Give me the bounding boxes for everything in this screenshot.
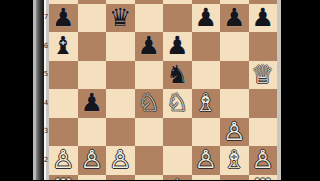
- square-f3[interactable]: [192, 118, 221, 147]
- square-g6[interactable]: [220, 32, 249, 61]
- square-g4[interactable]: [220, 89, 249, 118]
- square-h6[interactable]: [249, 32, 278, 61]
- square-h3[interactable]: [249, 118, 278, 147]
- square-a5[interactable]: [49, 61, 78, 90]
- piece-black-pawn-g7[interactable]: ♟: [220, 4, 249, 33]
- square-d4[interactable]: ♘: [135, 89, 164, 118]
- chess-board[interactable]: ♜♚♝♞♜♟♛♟♟♟♝♟♟♞♕♟♘♘♗♙♙♙♙♙♗♙♖♔♖: [49, 0, 277, 180]
- square-e4[interactable]: ♘: [163, 89, 192, 118]
- square-e5[interactable]: ♞: [163, 61, 192, 90]
- letterbox-left: [0, 0, 33, 180]
- square-h1[interactable]: ♖: [249, 175, 278, 181]
- square-a2[interactable]: ♙: [49, 146, 78, 175]
- square-h4[interactable]: [249, 89, 278, 118]
- square-a4[interactable]: [49, 89, 78, 118]
- square-b7[interactable]: [78, 4, 107, 33]
- square-b6[interactable]: [78, 32, 107, 61]
- square-g1[interactable]: [220, 175, 249, 181]
- piece-black-knight-e5[interactable]: ♞: [163, 61, 192, 90]
- square-c6[interactable]: [106, 32, 135, 61]
- piece-white-king-e1[interactable]: ♔: [163, 175, 192, 181]
- square-d3[interactable]: [135, 118, 164, 147]
- square-a1[interactable]: ♖: [49, 175, 78, 181]
- piece-white-pawn-h2[interactable]: ♙: [249, 146, 278, 175]
- square-f7[interactable]: ♟: [192, 4, 221, 33]
- rank-label-6: 6: [42, 43, 50, 50]
- square-a6[interactable]: ♝: [49, 32, 78, 61]
- square-d7[interactable]: [135, 4, 164, 33]
- piece-white-pawn-a2[interactable]: ♙: [49, 146, 78, 175]
- square-d5[interactable]: [135, 61, 164, 90]
- square-g7[interactable]: ♟: [220, 4, 249, 33]
- piece-black-pawn-h7[interactable]: ♟: [249, 4, 278, 33]
- piece-white-pawn-b2[interactable]: ♙: [78, 146, 107, 175]
- rank-label-5: 5: [42, 71, 50, 78]
- square-b5[interactable]: [78, 61, 107, 90]
- square-d2[interactable]: [135, 146, 164, 175]
- piece-black-bishop-a6[interactable]: ♝: [49, 32, 78, 61]
- piece-white-bishop-g2[interactable]: ♗: [220, 146, 249, 175]
- square-e6[interactable]: ♟: [163, 32, 192, 61]
- square-a3[interactable]: [49, 118, 78, 147]
- piece-black-pawn-e6[interactable]: ♟: [163, 32, 192, 61]
- square-e7[interactable]: [163, 4, 192, 33]
- square-c1[interactable]: [106, 175, 135, 181]
- square-c4[interactable]: [106, 89, 135, 118]
- square-c7[interactable]: ♛: [106, 4, 135, 33]
- piece-black-pawn-b4[interactable]: ♟: [78, 89, 107, 118]
- square-h2[interactable]: ♙: [249, 146, 278, 175]
- square-f1[interactable]: [192, 175, 221, 181]
- square-b3[interactable]: [78, 118, 107, 147]
- square-f2[interactable]: ♙: [192, 146, 221, 175]
- square-f4[interactable]: ♗: [192, 89, 221, 118]
- square-e3[interactable]: [163, 118, 192, 147]
- square-d1[interactable]: [135, 175, 164, 181]
- piece-white-knight-d4[interactable]: ♘: [135, 89, 164, 118]
- square-f6[interactable]: [192, 32, 221, 61]
- piece-black-pawn-a7[interactable]: ♟: [49, 4, 78, 33]
- square-g3[interactable]: ♙: [220, 118, 249, 147]
- piece-white-bishop-f4[interactable]: ♗: [192, 89, 221, 118]
- square-e1[interactable]: ♔: [163, 175, 192, 181]
- piece-white-rook-a1[interactable]: ♖: [49, 175, 78, 181]
- piece-white-pawn-c2[interactable]: ♙: [106, 146, 135, 175]
- piece-black-queen-c7[interactable]: ♛: [106, 4, 135, 33]
- piece-white-pawn-f2[interactable]: ♙: [192, 146, 221, 175]
- rank-label-2: 2: [42, 157, 50, 164]
- piece-white-rook-h1[interactable]: ♖: [249, 175, 278, 181]
- piece-black-pawn-f7[interactable]: ♟: [192, 4, 221, 33]
- rank-label-3: 3: [42, 128, 50, 135]
- window-edge-strip: [36, 0, 44, 180]
- square-d6[interactable]: ♟: [135, 32, 164, 61]
- square-c3[interactable]: [106, 118, 135, 147]
- square-b2[interactable]: ♙: [78, 146, 107, 175]
- piece-white-pawn-g3[interactable]: ♙: [220, 118, 249, 147]
- square-b4[interactable]: ♟: [78, 89, 107, 118]
- square-h5[interactable]: ♕: [249, 61, 278, 90]
- square-a7[interactable]: ♟: [49, 4, 78, 33]
- letterbox-right: [281, 0, 320, 180]
- square-g2[interactable]: ♗: [220, 146, 249, 175]
- square-c2[interactable]: ♙: [106, 146, 135, 175]
- square-b1[interactable]: [78, 175, 107, 181]
- square-g5[interactable]: [220, 61, 249, 90]
- piece-white-knight-e4[interactable]: ♘: [163, 89, 192, 118]
- piece-white-queen-h5[interactable]: ♕: [249, 61, 278, 90]
- video-frame: ♜♚♝♞♜♟♛♟♟♟♝♟♟♞♕♟♘♘♗♙♙♙♙♙♗♙♖♔♖ 765432: [0, 0, 320, 180]
- rank-label-4: 4: [42, 100, 50, 107]
- square-e2[interactable]: [163, 146, 192, 175]
- square-c5[interactable]: [106, 61, 135, 90]
- rank-label-7: 7: [42, 14, 50, 21]
- square-h7[interactable]: ♟: [249, 4, 278, 33]
- piece-black-pawn-d6[interactable]: ♟: [135, 32, 164, 61]
- square-f5[interactable]: [192, 61, 221, 90]
